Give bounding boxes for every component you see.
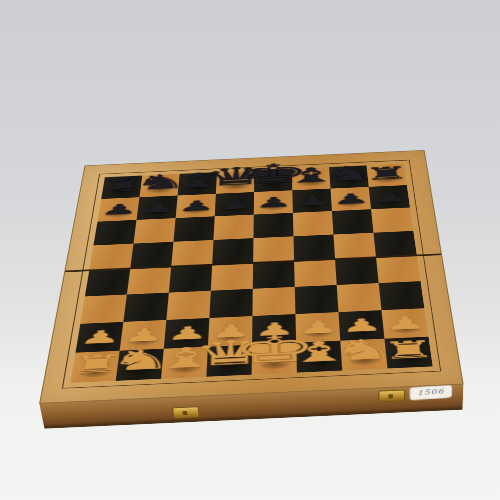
square-e6[interactable] [253,213,293,238]
square-e5[interactable] [253,236,294,263]
square-g5[interactable] [333,233,376,259]
square-a4[interactable] [85,268,130,296]
black-pawn-glyph: ♟ [138,200,177,216]
black-pawn-glyph: ♟ [370,189,409,204]
square-b5[interactable] [130,242,173,269]
square-g4[interactable] [335,257,379,285]
square-f3[interactable] [295,285,339,314]
square-f4[interactable] [294,259,337,287]
chess-board-box: ♜♞♝♛♚♝♞♜♟♟♟♟♟♟♟♟♟♟♟♟♟♟♟♟♜♞♝♛♚♝♞♜ 1506 [39,150,464,404]
square-f5[interactable] [293,235,335,261]
square-b4[interactable] [127,267,171,295]
black-pawn-glyph: ♟ [216,196,254,212]
black-pawn-glyph: ♟ [255,194,292,210]
square-c5[interactable] [171,240,213,267]
square-b6[interactable] [133,218,175,243]
square-b2[interactable] [120,320,167,351]
square-e2[interactable] [252,314,296,345]
square-d6[interactable] [213,215,253,240]
square-d2[interactable] [208,316,253,347]
square-c1[interactable] [161,347,208,379]
square-f2[interactable] [295,312,340,343]
square-a3[interactable] [80,295,127,324]
square-c6[interactable] [173,216,214,241]
black-pawn-glyph: ♟ [293,193,331,209]
square-c3[interactable] [166,291,210,320]
black-pawn-glyph: ♟ [331,191,369,206]
square-e3[interactable] [252,287,295,316]
photo-background: ♜♞♝♛♚♝♞♜♟♟♟♟♟♟♟♟♟♟♟♟♟♟♟♟♜♞♝♛♚♝♞♜ 1506 [0,0,500,500]
square-a1[interactable] [70,351,119,383]
square-h5[interactable] [373,231,417,257]
square-h2[interactable] [381,308,428,338]
square-e1[interactable] [252,343,297,375]
square-h1[interactable] [384,337,432,369]
square-d4[interactable] [211,263,253,291]
square-f6[interactable] [293,211,334,236]
square-g2[interactable] [338,310,384,340]
square-a2[interactable] [75,322,123,353]
box-front-side: 1506 [39,384,463,429]
square-b3[interactable] [123,293,169,322]
square-c4[interactable] [169,265,212,293]
square-a5[interactable] [89,244,133,271]
square-e4[interactable] [253,261,295,289]
square-d3[interactable] [209,289,252,318]
square-d5[interactable] [212,238,253,265]
square-h3[interactable] [379,281,425,310]
pieces-layer: ♜♞♝♛♚♝♞♜♟♟♟♟♟♟♟♟♟♟♟♟♟♟♟♟♜♞♝♛♚♝♞♜ [85,151,423,166]
square-d1[interactable] [206,345,252,377]
square-h6[interactable] [371,207,413,232]
square-h4[interactable] [376,255,421,283]
square-a6[interactable] [93,220,136,246]
square-g6[interactable] [332,209,374,234]
inventory-label: 1506 [409,384,452,400]
square-c2[interactable] [164,318,210,349]
brass-clasp-right [379,390,406,403]
black-pawn-glyph: ♟ [99,201,138,217]
brass-clasp-left [172,406,200,419]
square-b1[interactable] [116,349,164,381]
black-rook-glyph: ♜ [362,164,410,183]
square-g3[interactable] [337,283,382,312]
square-f1[interactable] [296,341,342,373]
black-pawn-glyph: ♟ [177,198,215,214]
square-g1[interactable] [340,339,387,371]
